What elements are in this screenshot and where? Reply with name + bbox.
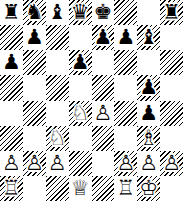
piece-glyph: ♕ bbox=[69, 176, 92, 201]
square-d3[interactable] bbox=[69, 126, 92, 151]
square-g6[interactable] bbox=[137, 50, 160, 75]
square-e4[interactable]: ♟♙ bbox=[92, 101, 115, 126]
square-a2[interactable]: ♟♙ bbox=[0, 151, 23, 176]
square-h3[interactable] bbox=[160, 126, 183, 151]
square-e7[interactable]: ♟♟ bbox=[92, 25, 115, 50]
square-a5[interactable] bbox=[0, 75, 23, 100]
square-e8[interactable]: ♚♚ bbox=[92, 0, 115, 25]
square-f5[interactable] bbox=[114, 75, 137, 100]
square-g5[interactable]: ♟♟ bbox=[137, 75, 160, 100]
piece-glyph: ♖ bbox=[0, 176, 23, 201]
piece-glyph: ♟ bbox=[23, 25, 46, 50]
piece-white-pawn: ♟♙ bbox=[0, 151, 23, 176]
square-d7[interactable] bbox=[69, 25, 92, 50]
square-c3[interactable]: ♞♘ bbox=[46, 126, 69, 151]
piece-white-pawn: ♟♙ bbox=[92, 101, 115, 126]
square-b1[interactable] bbox=[23, 176, 46, 201]
chess-board: ♜♜♞♞♝♝♛♛♚♚♜♜♟♟♟♟♟♟♝♝♟♟♟♟♟♟♞♘♟♙♟♟♞♘♝♗♟♙♟♙… bbox=[0, 0, 183, 201]
piece-white-pawn: ♟♙ bbox=[160, 151, 183, 176]
piece-glyph: ♝ bbox=[137, 25, 160, 50]
piece-white-rook: ♜♖ bbox=[0, 176, 23, 201]
square-c4[interactable] bbox=[46, 101, 69, 126]
square-h4[interactable] bbox=[160, 101, 183, 126]
square-f3[interactable] bbox=[114, 126, 137, 151]
piece-glyph: ♟ bbox=[137, 75, 160, 100]
piece-glyph: ♜ bbox=[160, 0, 183, 25]
square-d6[interactable]: ♟♟ bbox=[69, 50, 92, 75]
piece-glyph: ♙ bbox=[23, 151, 46, 176]
square-d4[interactable]: ♞♘ bbox=[69, 101, 92, 126]
square-g8[interactable] bbox=[137, 0, 160, 25]
piece-black-rook: ♜♜ bbox=[160, 0, 183, 25]
square-h2[interactable]: ♟♙ bbox=[160, 151, 183, 176]
piece-white-pawn: ♟♙ bbox=[46, 151, 69, 176]
piece-black-king: ♚♚ bbox=[92, 0, 115, 25]
square-f8[interactable] bbox=[114, 0, 137, 25]
square-c7[interactable] bbox=[46, 25, 69, 50]
piece-glyph: ♙ bbox=[0, 151, 23, 176]
piece-glyph: ♚ bbox=[92, 0, 115, 25]
square-f4[interactable] bbox=[114, 101, 137, 126]
square-h1[interactable] bbox=[160, 176, 183, 201]
square-f2[interactable]: ♟♙ bbox=[114, 151, 137, 176]
square-c8[interactable]: ♝♝ bbox=[46, 0, 69, 25]
square-d8[interactable]: ♛♛ bbox=[69, 0, 92, 25]
square-e3[interactable] bbox=[92, 126, 115, 151]
square-g2[interactable]: ♟♙ bbox=[137, 151, 160, 176]
piece-white-pawn: ♟♙ bbox=[137, 151, 160, 176]
square-e5[interactable] bbox=[92, 75, 115, 100]
square-h8[interactable]: ♜♜ bbox=[160, 0, 183, 25]
square-g1[interactable]: ♚♔ bbox=[137, 176, 160, 201]
square-e1[interactable] bbox=[92, 176, 115, 201]
piece-white-pawn: ♟♙ bbox=[114, 151, 137, 176]
piece-glyph: ♞ bbox=[23, 0, 46, 25]
piece-black-queen: ♛♛ bbox=[69, 0, 92, 25]
square-b8[interactable]: ♞♞ bbox=[23, 0, 46, 25]
square-d5[interactable] bbox=[69, 75, 92, 100]
square-c1[interactable] bbox=[46, 176, 69, 201]
piece-black-pawn: ♟♟ bbox=[92, 25, 115, 50]
piece-white-knight: ♞♘ bbox=[46, 126, 69, 151]
piece-black-pawn: ♟♟ bbox=[69, 50, 92, 75]
piece-glyph: ♘ bbox=[46, 126, 69, 151]
piece-glyph: ♟ bbox=[0, 50, 23, 75]
square-a8[interactable]: ♜♜ bbox=[0, 0, 23, 25]
square-b4[interactable] bbox=[23, 101, 46, 126]
square-a6[interactable]: ♟♟ bbox=[0, 50, 23, 75]
piece-glyph: ♟ bbox=[137, 101, 160, 126]
square-a1[interactable]: ♜♖ bbox=[0, 176, 23, 201]
square-a3[interactable] bbox=[0, 126, 23, 151]
square-d2[interactable] bbox=[69, 151, 92, 176]
piece-white-rook: ♜♖ bbox=[114, 176, 137, 201]
piece-black-rook: ♜♜ bbox=[0, 0, 23, 25]
square-g3[interactable]: ♝♗ bbox=[137, 126, 160, 151]
square-b3[interactable] bbox=[23, 126, 46, 151]
piece-glyph: ♜ bbox=[0, 0, 23, 25]
square-h7[interactable] bbox=[160, 25, 183, 50]
piece-black-pawn: ♟♟ bbox=[114, 25, 137, 50]
square-a4[interactable] bbox=[0, 101, 23, 126]
square-g4[interactable]: ♟♟ bbox=[137, 101, 160, 126]
piece-glyph: ♗ bbox=[137, 126, 160, 151]
piece-white-pawn: ♟♙ bbox=[23, 151, 46, 176]
piece-black-knight: ♞♞ bbox=[23, 0, 46, 25]
piece-glyph: ♟ bbox=[114, 25, 137, 50]
piece-white-queen: ♛♕ bbox=[69, 176, 92, 201]
piece-black-pawn: ♟♟ bbox=[137, 101, 160, 126]
square-b6[interactable] bbox=[23, 50, 46, 75]
square-f6[interactable] bbox=[114, 50, 137, 75]
square-a7[interactable] bbox=[0, 25, 23, 50]
piece-glyph: ♔ bbox=[137, 176, 160, 201]
piece-glyph: ♟ bbox=[69, 50, 92, 75]
piece-glyph: ♘ bbox=[69, 101, 92, 126]
piece-glyph: ♟ bbox=[92, 25, 115, 50]
square-c5[interactable] bbox=[46, 75, 69, 100]
piece-white-bishop: ♝♗ bbox=[137, 126, 160, 151]
piece-glyph: ♙ bbox=[92, 101, 115, 126]
piece-glyph: ♙ bbox=[160, 151, 183, 176]
piece-glyph: ♙ bbox=[114, 151, 137, 176]
square-b7[interactable]: ♟♟ bbox=[23, 25, 46, 50]
piece-glyph: ♛ bbox=[69, 0, 92, 25]
square-h6[interactable] bbox=[160, 50, 183, 75]
piece-glyph: ♝ bbox=[46, 0, 69, 25]
square-c2[interactable]: ♟♙ bbox=[46, 151, 69, 176]
square-c6[interactable] bbox=[46, 50, 69, 75]
square-e6[interactable] bbox=[92, 50, 115, 75]
piece-glyph: ♙ bbox=[46, 151, 69, 176]
piece-black-pawn: ♟♟ bbox=[137, 75, 160, 100]
square-f1[interactable]: ♜♖ bbox=[114, 176, 137, 201]
piece-glyph: ♙ bbox=[137, 151, 160, 176]
square-b5[interactable] bbox=[23, 75, 46, 100]
square-b2[interactable]: ♟♙ bbox=[23, 151, 46, 176]
piece-glyph: ♖ bbox=[114, 176, 137, 201]
square-g7[interactable]: ♝♝ bbox=[137, 25, 160, 50]
piece-white-knight: ♞♘ bbox=[69, 101, 92, 126]
square-e2[interactable] bbox=[92, 151, 115, 176]
square-h5[interactable] bbox=[160, 75, 183, 100]
piece-black-pawn: ♟♟ bbox=[23, 25, 46, 50]
piece-black-bishop: ♝♝ bbox=[137, 25, 160, 50]
piece-black-pawn: ♟♟ bbox=[0, 50, 23, 75]
piece-black-bishop: ♝♝ bbox=[46, 0, 69, 25]
piece-white-king: ♚♔ bbox=[137, 176, 160, 201]
square-f7[interactable]: ♟♟ bbox=[114, 25, 137, 50]
square-d1[interactable]: ♛♕ bbox=[69, 176, 92, 201]
